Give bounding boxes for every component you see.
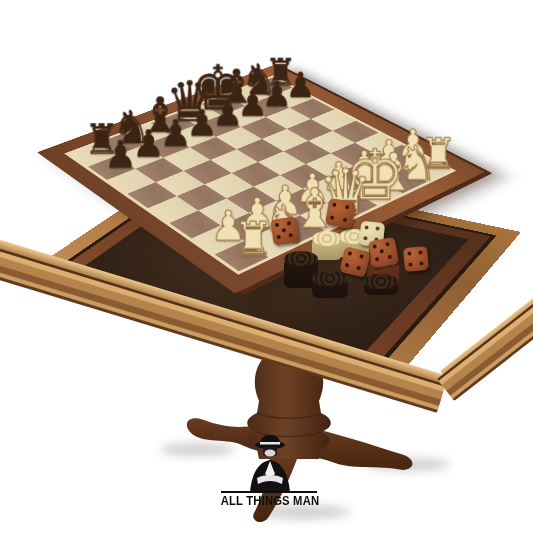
board-square[interactable]: ♞ <box>226 86 269 106</box>
chess-piece-black-p[interactable]: ♟ <box>236 86 268 121</box>
board-square[interactable]: ♟ <box>246 97 290 117</box>
checker-stack-dark[interactable] <box>312 278 348 298</box>
board-square[interactable]: ♟ <box>196 115 241 137</box>
checker-stack-dark[interactable] <box>364 281 398 295</box>
board-square[interactable]: ♝ <box>202 95 246 115</box>
chess-piece-black-n[interactable]: ♞ <box>241 58 272 101</box>
board-square[interactable] <box>287 119 333 141</box>
board-square[interactable]: ♟ <box>221 106 266 127</box>
board-square[interactable] <box>237 139 284 162</box>
board-square[interactable]: ♟ <box>88 156 136 180</box>
chess-piece-black-b[interactable]: ♝ <box>217 63 249 110</box>
wooden-die[interactable] <box>270 216 299 245</box>
board-square[interactable]: ♜ <box>250 77 293 96</box>
board-square[interactable] <box>311 109 356 130</box>
board-square[interactable]: ♟ <box>170 125 216 147</box>
board-square[interactable]: ♚ <box>177 104 221 125</box>
chess-piece-black-r[interactable]: ♜ <box>265 54 296 92</box>
board-square[interactable] <box>216 127 262 149</box>
product-photo-chess-table: ♜♞♝♛♚♝♞♜♟♟♟♟♟♟♟♟♟♟♟♟♟♟♟♟♜♞♝♛♚♝♞♜ ALL <box>0 0 533 533</box>
chess-piece-black-p[interactable]: ♟ <box>103 136 137 174</box>
wooden-die[interactable] <box>403 246 429 272</box>
board-square[interactable]: ♟ <box>269 88 313 108</box>
wooden-die[interactable] <box>325 198 356 229</box>
chess-piece-black-p[interactable]: ♟ <box>211 95 243 131</box>
chess-piece-black-p[interactable]: ♟ <box>261 77 293 112</box>
chess-piece-black-k[interactable]: ♚ <box>191 58 223 119</box>
wooden-die[interactable] <box>368 237 399 268</box>
chess-piece-black-p[interactable]: ♟ <box>185 105 218 141</box>
gorilla-logo-icon <box>244 434 296 494</box>
board-square[interactable] <box>262 129 308 151</box>
board-square[interactable] <box>290 98 334 119</box>
chess-piece-black-q[interactable]: ♛ <box>166 74 198 130</box>
chess-piece-black-p[interactable]: ♟ <box>285 68 316 103</box>
logo-text: ALL THINGS MAN <box>180 494 360 508</box>
board-square[interactable] <box>190 137 237 160</box>
chess-piece-white-r[interactable]: ♜ <box>233 216 271 263</box>
board-square[interactable] <box>266 108 311 129</box>
board-square[interactable] <box>241 117 287 139</box>
logo-rule <box>221 491 317 493</box>
